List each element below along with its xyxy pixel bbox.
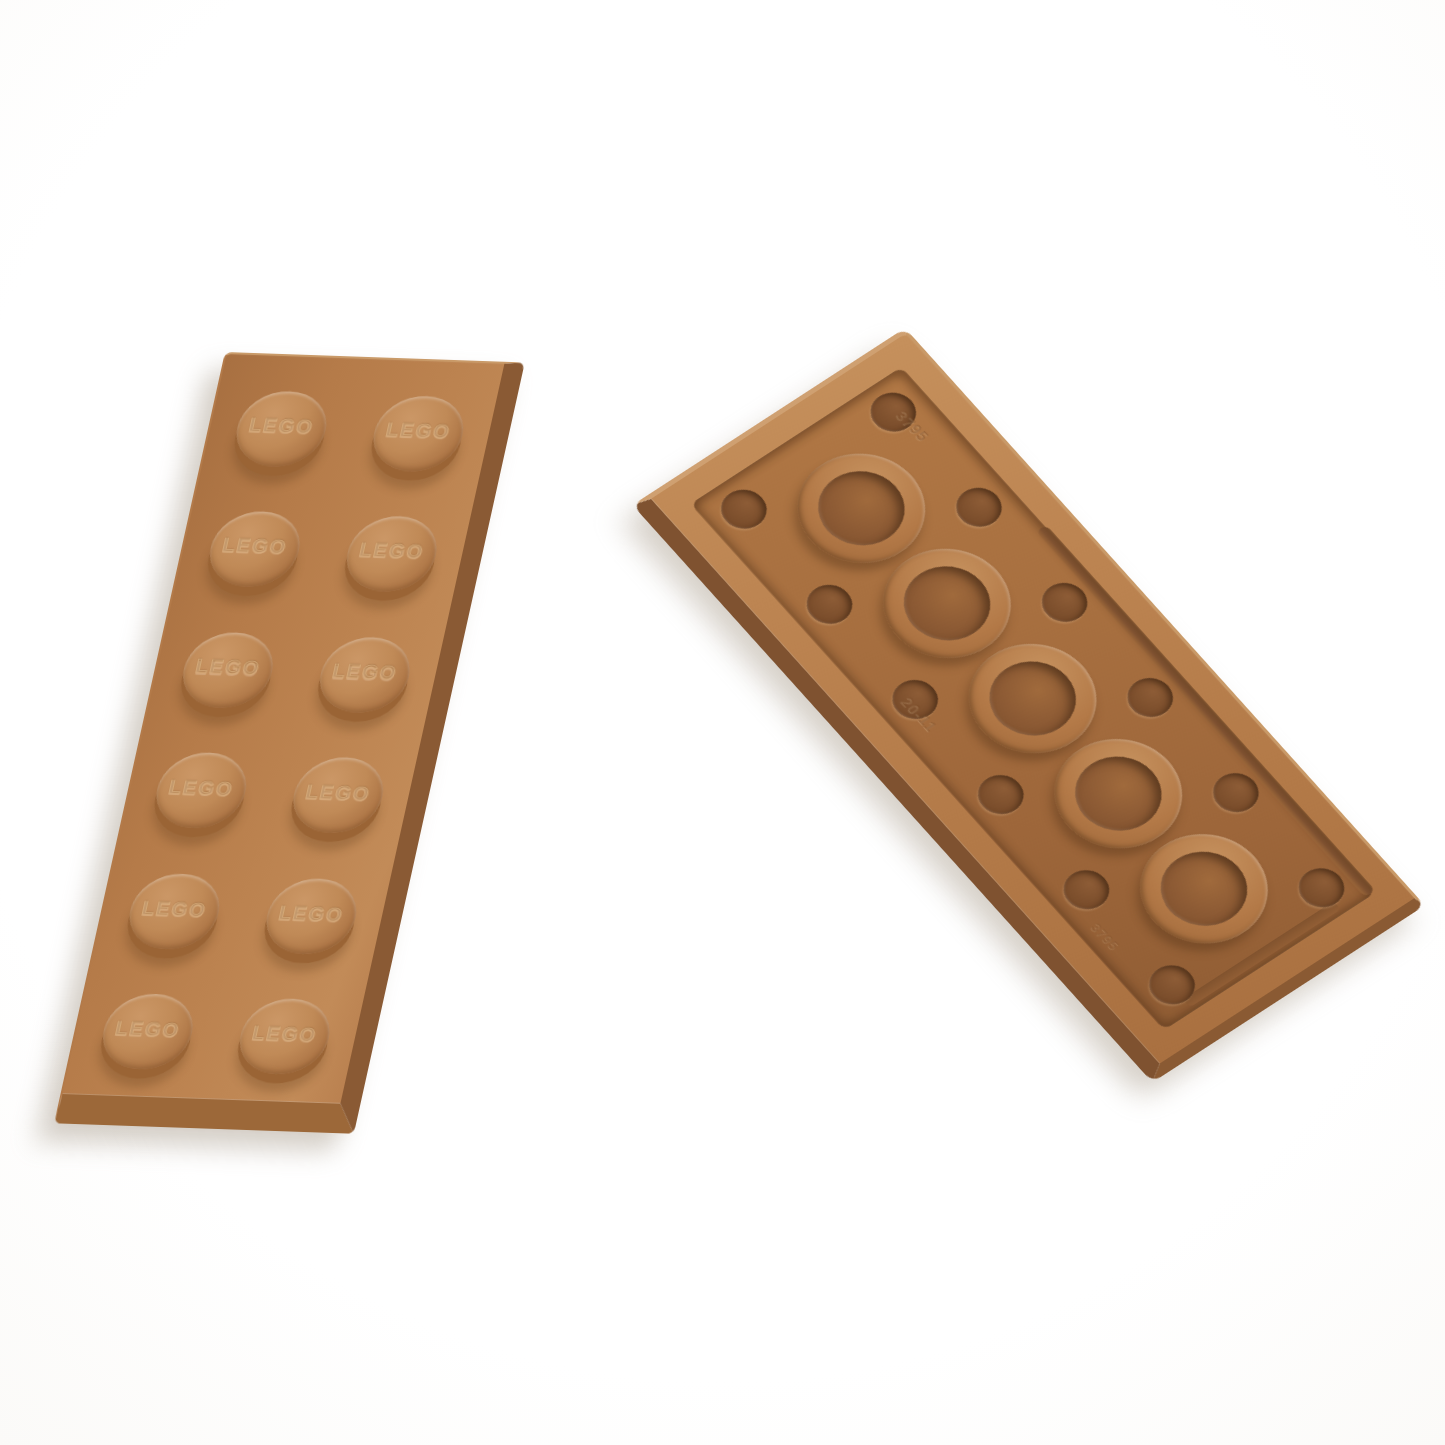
lego-stud: LEGO [229,389,334,468]
lego-stud: LEGO [312,636,417,715]
lego-stud: LEGO [339,515,444,594]
stud-lego-logo: LEGO [113,1018,182,1040]
stud-grid: LEGO LEGO LEGO LEGO LEGO LEGO LEGO LEGO … [65,366,499,1099]
stud-lego-logo: LEGO [140,897,209,919]
lego-stud: LEGO [259,877,364,956]
lego-stud: LEGO [285,756,390,835]
lego-stud: LEGO [232,997,337,1076]
lego-stud: LEGO [366,394,471,473]
lego-stud: LEGO [122,872,227,951]
lego-stud: LEGO [95,993,200,1072]
lego-stud: LEGO [202,510,307,589]
stud-lego-logo: LEGO [304,781,373,803]
stud-lego-logo: LEGO [331,661,400,683]
lego-plate-2x6-top-view: LEGO LEGO LEGO LEGO LEGO LEGO LEGO LEGO … [54,352,525,1134]
stud-lego-logo: LEGO [384,419,453,441]
stud-lego-logo: LEGO [220,535,289,557]
stud-lego-logo: LEGO [247,415,316,437]
stud-lego-logo: LEGO [167,777,236,799]
lego-plate-2x6-bottom-view: 3795 20-11 3795 [632,328,1424,1082]
stud-lego-logo: LEGO [250,1023,319,1045]
lego-stud: LEGO [175,631,280,710]
stud-lego-logo: LEGO [277,902,346,924]
stud-lego-logo: LEGO [194,656,263,678]
lego-stud: LEGO [148,751,253,830]
photo-scene: LEGO LEGO LEGO LEGO LEGO LEGO LEGO LEGO … [0,0,1445,1445]
stud-lego-logo: LEGO [357,540,426,562]
